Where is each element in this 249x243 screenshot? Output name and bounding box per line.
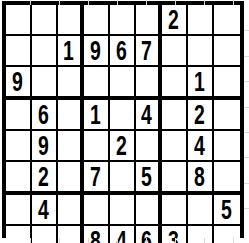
given-digit: 2	[169, 5, 180, 34]
cell-r8c2[interactable]	[32, 226, 58, 243]
cell-r1c3[interactable]	[58, 5, 84, 36]
cell-r1c5[interactable]	[110, 5, 136, 36]
given-digit: 4	[39, 195, 50, 224]
cell-r1c2[interactable]	[32, 5, 58, 36]
given-digit: 1	[64, 36, 75, 65]
gridline-stub	[146, 0, 147, 5]
cell-r7c4[interactable]	[84, 195, 110, 226]
cell-r8c5[interactable]: 4	[110, 226, 136, 243]
cell-r7c8[interactable]	[188, 195, 214, 226]
cell-r5c8[interactable]: 4	[188, 131, 214, 162]
given-digit: 2	[195, 100, 206, 129]
cell-r6c4[interactable]: 7	[84, 162, 110, 195]
cell-r8c9[interactable]	[214, 226, 240, 243]
cell-r3c5[interactable]	[110, 67, 136, 100]
gridline-stub	[88, 238, 89, 243]
given-digit: 8	[195, 162, 206, 191]
cell-r4c7[interactable]	[162, 100, 188, 131]
cell-r8c6[interactable]: 6	[136, 226, 162, 243]
gridline-stub	[244, 30, 249, 31]
given-digit: 5	[222, 195, 233, 224]
gridline-stub	[244, 132, 249, 133]
cell-r5c6[interactable]	[136, 131, 162, 162]
cell-r3c2[interactable]	[32, 67, 58, 100]
cell-r7c9[interactable]: 5	[214, 195, 240, 226]
cell-r7c1[interactable]	[6, 195, 32, 226]
sudoku-screenshot: 2196791614292427584584633	[0, 0, 249, 243]
cell-r6c8[interactable]: 8	[188, 162, 214, 195]
cell-r1c9[interactable]	[214, 5, 240, 36]
cell-r2c9[interactable]	[214, 36, 240, 67]
cell-r6c9[interactable]	[214, 162, 240, 195]
cell-r4c9[interactable]	[214, 100, 240, 131]
cell-r2c5[interactable]: 6	[110, 36, 136, 67]
given-digit: 6	[39, 100, 50, 129]
cell-r7c3[interactable]	[58, 195, 84, 226]
cell-r5c5[interactable]: 2	[110, 131, 136, 162]
given-digit: 9	[91, 36, 102, 65]
cell-r4c4[interactable]: 1	[84, 100, 110, 131]
cell-r1c7[interactable]: 2	[162, 5, 188, 36]
cell-r6c1[interactable]	[6, 162, 32, 195]
given-digit: 3	[169, 226, 180, 243]
cell-r7c7[interactable]	[162, 195, 188, 226]
given-digit: 5	[142, 162, 153, 191]
cell-r4c2[interactable]: 6	[32, 100, 58, 131]
cell-r3c6[interactable]	[136, 67, 162, 100]
gridline-stub	[244, 157, 249, 158]
given-digit: 8	[91, 226, 102, 243]
given-digit: 2	[117, 131, 128, 160]
gridline-stub	[146, 238, 147, 243]
cell-r4c8[interactable]: 2	[188, 100, 214, 131]
given-digit: 6	[117, 36, 128, 65]
cell-r2c8[interactable]	[188, 36, 214, 67]
cell-r8c1[interactable]	[6, 226, 32, 243]
cell-r4c3[interactable]	[58, 100, 84, 131]
given-digit: 7	[142, 36, 153, 65]
cell-r2c6[interactable]: 7	[136, 36, 162, 67]
cell-r6c5[interactable]	[110, 162, 136, 195]
cell-r3c3[interactable]	[58, 67, 84, 100]
gridline-stub	[204, 238, 205, 243]
cell-r8c8[interactable]	[188, 226, 214, 243]
given-digit: 4	[195, 131, 206, 160]
gridline-stub	[175, 238, 176, 243]
gridline-stub	[117, 0, 118, 5]
cell-r7c2[interactable]: 4	[32, 195, 58, 226]
given-digit: 4	[142, 100, 153, 129]
cell-r2c2[interactable]	[32, 36, 58, 67]
gridline-stub	[117, 238, 118, 243]
cell-r7c6[interactable]	[136, 195, 162, 226]
cell-r4c5[interactable]	[110, 100, 136, 131]
gridline-stub	[30, 238, 31, 243]
cell-r6c6[interactable]: 5	[136, 162, 162, 195]
given-digit: 2	[39, 162, 50, 191]
cell-r7c5[interactable]	[110, 195, 136, 226]
cell-r4c1[interactable]	[6, 100, 32, 131]
gridline-stub	[244, 183, 249, 184]
cell-r6c2[interactable]: 2	[32, 162, 58, 195]
gridline-stub	[30, 0, 31, 5]
gridline-stub	[88, 0, 89, 5]
gridline-stub	[244, 107, 249, 108]
given-digit: 7	[91, 162, 102, 191]
given-digit: 9	[39, 131, 50, 160]
cell-r6c3[interactable]	[58, 162, 84, 195]
cell-r4c6[interactable]: 4	[136, 100, 162, 131]
cell-r5c4[interactable]	[84, 131, 110, 162]
given-digit: 6	[142, 226, 153, 243]
cell-r5c3[interactable]	[58, 131, 84, 162]
gridline-stub	[244, 208, 249, 209]
cell-r3c1[interactable]: 9	[6, 67, 32, 100]
cell-r2c3[interactable]: 1	[58, 36, 84, 67]
cell-r2c4[interactable]: 9	[84, 36, 110, 67]
gridline-stub	[233, 0, 234, 5]
gridline-stub	[175, 0, 176, 5]
cell-r5c2[interactable]: 9	[32, 131, 58, 162]
gridline-stub	[59, 238, 60, 243]
gridline-stub	[204, 0, 205, 5]
cell-r5c7[interactable]	[162, 131, 188, 162]
cell-r1c1[interactable]	[6, 5, 32, 36]
cell-r1c8[interactable]	[188, 5, 214, 36]
gridline-stub	[233, 238, 234, 243]
cell-r6c7[interactable]	[162, 162, 188, 195]
given-digit: 4	[117, 226, 128, 243]
cell-r2c7[interactable]	[162, 36, 188, 67]
gridline-stub	[244, 81, 249, 82]
cell-r8c3[interactable]	[58, 226, 84, 243]
gridline-stub	[244, 56, 249, 57]
given-digit: 9	[13, 67, 24, 96]
sudoku-board: 2196791614292427584584633	[2, 1, 244, 238]
cell-r5c9[interactable]	[214, 131, 240, 162]
cell-r1c4[interactable]	[84, 5, 110, 36]
given-digit: 1	[195, 67, 206, 96]
cell-r5c1[interactable]	[6, 131, 32, 162]
cell-r3c9[interactable]	[214, 67, 240, 100]
cell-r1c6[interactable]	[136, 5, 162, 36]
cell-r3c8[interactable]: 1	[188, 67, 214, 100]
cell-r3c7[interactable]	[162, 67, 188, 100]
cell-r2c1[interactable]	[6, 36, 32, 67]
cell-r3c4[interactable]	[84, 67, 110, 100]
given-digit: 1	[91, 100, 102, 129]
gridline-stub	[59, 0, 60, 5]
